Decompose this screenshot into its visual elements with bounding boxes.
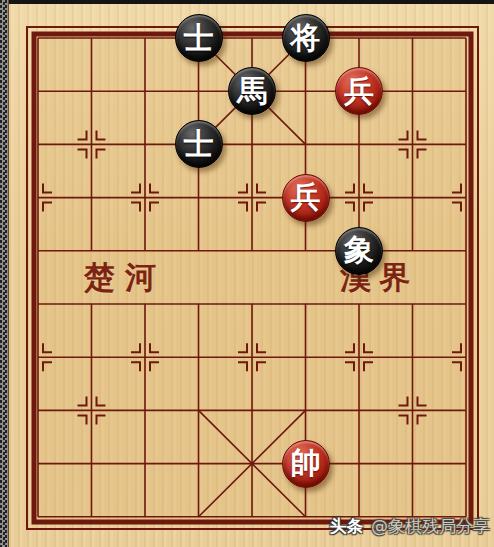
- piece-black-advisor-1[interactable]: 士: [175, 14, 223, 62]
- piece-black-elephant[interactable]: 象: [335, 227, 383, 275]
- piece-black-general[interactable]: 将: [282, 14, 330, 62]
- piece-black-advisor-2[interactable]: 士: [175, 120, 223, 168]
- piece-red-general[interactable]: 帥: [282, 440, 330, 488]
- watermark-brand: 头条: [330, 516, 364, 536]
- piece-red-soldier-2[interactable]: 兵: [282, 174, 330, 222]
- xiangqi-screenshot: 楚河 漢界 士将馬兵士兵象帥 头条 @象棋残局分享: [0, 0, 494, 547]
- river-label-chu-he: 楚河: [84, 260, 166, 295]
- piece-black-horse[interactable]: 馬: [228, 67, 276, 115]
- piece-red-soldier-1[interactable]: 兵: [335, 67, 383, 115]
- watermark-handle: @象棋残局分享: [371, 516, 490, 536]
- watermark: 头条 @象棋残局分享: [330, 515, 490, 538]
